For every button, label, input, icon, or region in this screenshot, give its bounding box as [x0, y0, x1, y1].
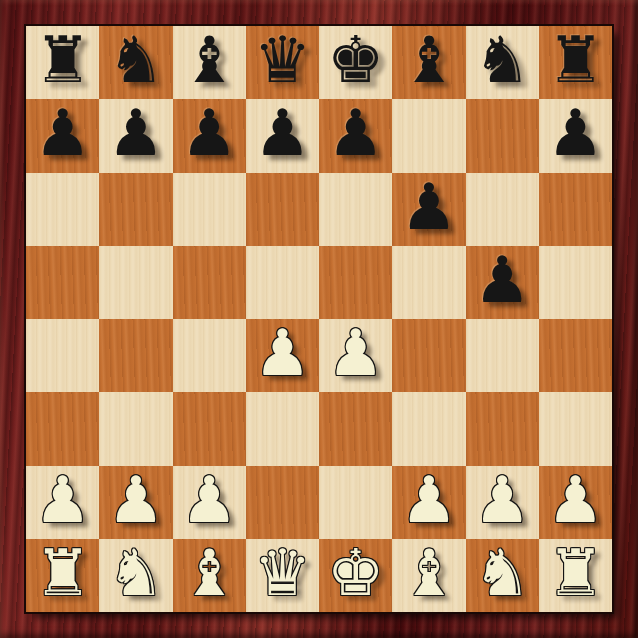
square-b2[interactable]: ♟ [99, 466, 172, 539]
square-d7[interactable]: ♟ [246, 99, 319, 172]
square-g7[interactable] [466, 99, 539, 172]
square-f3[interactable] [392, 392, 465, 465]
square-c8[interactable]: ♝ [173, 26, 246, 99]
square-a7[interactable]: ♟ [26, 99, 99, 172]
square-e3[interactable] [319, 392, 392, 465]
square-c5[interactable] [173, 246, 246, 319]
square-d1[interactable]: ♛ [246, 539, 319, 612]
square-g8[interactable]: ♞ [466, 26, 539, 99]
square-d2[interactable] [246, 466, 319, 539]
square-f4[interactable] [392, 319, 465, 392]
black-king-piece[interactable]: ♚ [327, 24, 384, 97]
square-d5[interactable] [246, 246, 319, 319]
square-e6[interactable] [319, 173, 392, 246]
square-g4[interactable] [466, 319, 539, 392]
black-bishop-piece[interactable]: ♝ [180, 24, 237, 97]
square-b5[interactable] [99, 246, 172, 319]
black-rook-piece[interactable]: ♜ [547, 24, 604, 97]
square-b1[interactable]: ♞ [99, 539, 172, 612]
black-bishop-piece[interactable]: ♝ [400, 24, 457, 97]
square-e1[interactable]: ♚ [319, 539, 392, 612]
square-a6[interactable] [26, 173, 99, 246]
white-pawn-piece[interactable]: ♟ [327, 317, 384, 390]
square-c4[interactable] [173, 319, 246, 392]
square-a5[interactable] [26, 246, 99, 319]
square-h5[interactable] [539, 246, 612, 319]
square-c2[interactable]: ♟ [173, 466, 246, 539]
white-king-piece[interactable]: ♚ [327, 537, 384, 610]
square-c7[interactable]: ♟ [173, 99, 246, 172]
square-e5[interactable] [319, 246, 392, 319]
white-knight-piece[interactable]: ♞ [107, 537, 164, 610]
black-pawn-piece[interactable]: ♟ [547, 97, 604, 170]
black-pawn-piece[interactable]: ♟ [400, 171, 457, 244]
board: ♜♞♝♛♚♝♞♜♟♟♟♟♟♟♟♟♟♟♟♟♟♟♟♟♜♞♝♛♚♝♞♜ [26, 26, 612, 612]
square-g6[interactable] [466, 173, 539, 246]
black-knight-piece[interactable]: ♞ [473, 24, 530, 97]
square-g1[interactable]: ♞ [466, 539, 539, 612]
square-b8[interactable]: ♞ [99, 26, 172, 99]
black-pawn-piece[interactable]: ♟ [254, 97, 311, 170]
square-c3[interactable] [173, 392, 246, 465]
square-g3[interactable] [466, 392, 539, 465]
white-bishop-piece[interactable]: ♝ [180, 537, 237, 610]
square-e4[interactable]: ♟ [319, 319, 392, 392]
white-pawn-piece[interactable]: ♟ [547, 464, 604, 537]
square-h1[interactable]: ♜ [539, 539, 612, 612]
square-f8[interactable]: ♝ [392, 26, 465, 99]
square-a8[interactable]: ♜ [26, 26, 99, 99]
square-b4[interactable] [99, 319, 172, 392]
square-b3[interactable] [99, 392, 172, 465]
square-h7[interactable]: ♟ [539, 99, 612, 172]
white-pawn-piece[interactable]: ♟ [400, 464, 457, 537]
square-d4[interactable]: ♟ [246, 319, 319, 392]
white-rook-piece[interactable]: ♜ [34, 537, 91, 610]
square-c1[interactable]: ♝ [173, 539, 246, 612]
white-pawn-piece[interactable]: ♟ [107, 464, 164, 537]
white-pawn-piece[interactable]: ♟ [254, 317, 311, 390]
white-bishop-piece[interactable]: ♝ [400, 537, 457, 610]
square-f5[interactable] [392, 246, 465, 319]
square-f7[interactable] [392, 99, 465, 172]
white-pawn-piece[interactable]: ♟ [180, 464, 237, 537]
square-e8[interactable]: ♚ [319, 26, 392, 99]
black-pawn-piece[interactable]: ♟ [107, 97, 164, 170]
square-h4[interactable] [539, 319, 612, 392]
white-rook-piece[interactable]: ♜ [547, 537, 604, 610]
square-f6[interactable]: ♟ [392, 173, 465, 246]
square-d6[interactable] [246, 173, 319, 246]
black-queen-piece[interactable]: ♛ [254, 24, 311, 97]
square-g2[interactable]: ♟ [466, 466, 539, 539]
black-pawn-piece[interactable]: ♟ [473, 244, 530, 317]
square-b7[interactable]: ♟ [99, 99, 172, 172]
square-a2[interactable]: ♟ [26, 466, 99, 539]
white-pawn-piece[interactable]: ♟ [34, 464, 91, 537]
square-e2[interactable] [319, 466, 392, 539]
white-queen-piece[interactable]: ♛ [254, 537, 311, 610]
black-pawn-piece[interactable]: ♟ [327, 97, 384, 170]
square-d8[interactable]: ♛ [246, 26, 319, 99]
square-g5[interactable]: ♟ [466, 246, 539, 319]
board-frame: ♜♞♝♛♚♝♞♜♟♟♟♟♟♟♟♟♟♟♟♟♟♟♟♟♜♞♝♛♚♝♞♜ [0, 0, 638, 638]
square-d3[interactable] [246, 392, 319, 465]
square-e7[interactable]: ♟ [319, 99, 392, 172]
black-pawn-piece[interactable]: ♟ [180, 97, 237, 170]
square-c6[interactable] [173, 173, 246, 246]
square-a3[interactable] [26, 392, 99, 465]
black-rook-piece[interactable]: ♜ [34, 24, 91, 97]
white-knight-piece[interactable]: ♞ [473, 537, 530, 610]
square-a4[interactable] [26, 319, 99, 392]
square-h3[interactable] [539, 392, 612, 465]
square-b6[interactable] [99, 173, 172, 246]
square-f2[interactable]: ♟ [392, 466, 465, 539]
square-h6[interactable] [539, 173, 612, 246]
square-a1[interactable]: ♜ [26, 539, 99, 612]
square-h8[interactable]: ♜ [539, 26, 612, 99]
square-f1[interactable]: ♝ [392, 539, 465, 612]
square-h2[interactable]: ♟ [539, 466, 612, 539]
white-pawn-piece[interactable]: ♟ [473, 464, 530, 537]
black-pawn-piece[interactable]: ♟ [34, 97, 91, 170]
black-knight-piece[interactable]: ♞ [107, 24, 164, 97]
